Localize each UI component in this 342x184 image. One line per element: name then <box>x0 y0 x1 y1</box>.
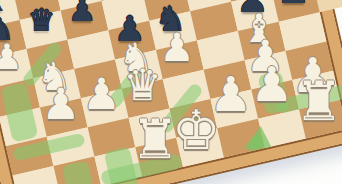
queen-glyph: ♛ <box>123 64 162 107</box>
pawn-glyph: ♟ <box>278 0 309 9</box>
pawn-glyph: ♟ <box>82 73 121 116</box>
piece-black-queen-b6[interactable]: ♛ <box>24 2 58 38</box>
piece-white-pawn-c3[interactable]: ♟ <box>78 69 125 120</box>
piece-white-pawn-b3[interactable]: ♟ <box>37 79 84 130</box>
rook-glyph: ♜ <box>295 75 342 129</box>
pawn-glyph: ♟ <box>250 60 293 108</box>
board-frame: ✦ ♚♝♜♜♟♞♛♟♟♟♞♟♟♞♞♟♝♟♟♛♟♟♟♟♜♚♜ <box>0 0 342 184</box>
king-glyph: ♚ <box>172 104 220 158</box>
pawn-glyph: ♟ <box>160 28 195 67</box>
piece-white-rook-h1[interactable]: ♜ <box>289 71 342 135</box>
chessboard-illustration: ✦ ♚♝♜♜♟♞♛♟♟♟♞♟♟♞♞♟♝♟♟♛♟♟♟♟♜♚♜ <box>0 0 342 184</box>
piece-white-king-e1[interactable]: ♚ <box>167 99 226 163</box>
piece-white-queen-d3[interactable]: ♛ <box>119 60 166 111</box>
chess-board: ✦ ♚♝♜♜♟♞♛♟♟♟♞♟♟♞♞♟♝♟♟♛♟♟♟♟♜♚♜ <box>0 0 342 184</box>
queen-glyph: ♛ <box>27 5 55 36</box>
piece-black-pawn-c6[interactable]: ♟ <box>65 0 99 29</box>
pawn-glyph: ♟ <box>68 0 96 26</box>
pawn-glyph: ♟ <box>0 40 23 75</box>
piece-white-pawn-e4[interactable]: ♟ <box>156 25 199 71</box>
piece-white-pawn-a5[interactable]: ♟ <box>0 37 26 78</box>
piece-black-pawn-h5[interactable]: ♟ <box>274 0 312 12</box>
pawn-glyph: ♟ <box>41 83 80 126</box>
